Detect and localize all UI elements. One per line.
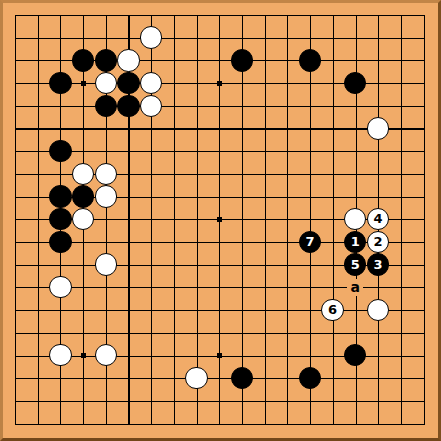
black-stone-glyph: [231, 367, 253, 389]
black-stone-move-1: 1: [344, 231, 367, 254]
white-stone-move-4: 4: [367, 208, 390, 231]
white-stone: [94, 162, 117, 185]
white-stone-glyph: [140, 26, 162, 48]
black-stone-glyph: [117, 95, 139, 117]
white-stone: [367, 117, 390, 140]
black-stone: [49, 208, 72, 231]
black-stone-move-7: 7: [299, 231, 322, 254]
point-label-text: a: [347, 279, 363, 296]
star-point-dot: [217, 217, 222, 222]
black-stone-glyph: [72, 185, 94, 207]
black-stone: [344, 344, 367, 367]
black-stone-glyph: [344, 72, 366, 94]
black-stone-glyph: 3: [367, 253, 389, 275]
black-stone: [117, 72, 140, 95]
white-stone: [72, 162, 95, 185]
star-point-dot: [217, 81, 222, 86]
white-stone-glyph: [367, 117, 389, 139]
white-stone: [94, 344, 117, 367]
black-stone-move-5: 5: [344, 253, 367, 276]
black-stone: [94, 94, 117, 117]
black-stone: [117, 94, 140, 117]
black-stone-glyph: [72, 49, 94, 71]
white-stone: [94, 185, 117, 208]
white-stone-glyph: [140, 95, 162, 117]
star-point-dot: [81, 81, 86, 86]
black-stone-glyph: 1: [344, 231, 366, 253]
white-stone-glyph: [49, 344, 71, 366]
white-stone: [140, 94, 163, 117]
black-stone-glyph: [49, 208, 71, 230]
black-stone: [72, 185, 95, 208]
black-stone-glyph: [49, 140, 71, 162]
white-stone-glyph: [72, 163, 94, 185]
white-stone-glyph: [95, 344, 117, 366]
white-stone: [49, 344, 72, 367]
white-stone: [49, 276, 72, 299]
black-stone-glyph: [49, 72, 71, 94]
black-stone-glyph: [95, 49, 117, 71]
white-stone-move-2: 2: [367, 231, 390, 254]
white-stone-glyph: [49, 276, 71, 298]
white-stone-glyph: [95, 163, 117, 185]
white-stone-glyph: [95, 253, 117, 275]
white-stone-move-6: 6: [321, 299, 344, 322]
black-stone: [231, 367, 254, 390]
black-stone: [94, 49, 117, 72]
black-stone: [299, 367, 322, 390]
white-stone-glyph: 2: [367, 231, 389, 253]
white-stone-glyph: [117, 49, 139, 71]
white-stone: [140, 26, 163, 49]
star-point: [208, 344, 231, 367]
white-stone: [94, 253, 117, 276]
black-stone: [49, 72, 72, 95]
white-stone-glyph: [140, 72, 162, 94]
star-point: [72, 344, 95, 367]
black-stone-glyph: [117, 72, 139, 94]
white-stone: [117, 49, 140, 72]
star-point-dot: [217, 353, 222, 358]
black-stone: [72, 49, 95, 72]
white-stone-glyph: [95, 185, 117, 207]
board-grid: 4712536a: [4, 4, 435, 435]
black-stone: [49, 231, 72, 254]
black-stone-glyph: [299, 367, 321, 389]
white-stone-glyph: [367, 299, 389, 321]
star-point: [208, 208, 231, 231]
white-stone: [344, 208, 367, 231]
black-stone-glyph: [95, 95, 117, 117]
white-stone-glyph: 6: [321, 299, 343, 321]
black-stone: [231, 49, 254, 72]
black-stone: [344, 72, 367, 95]
white-stone: [140, 72, 163, 95]
white-stone: [72, 208, 95, 231]
go-board: 4712536a: [0, 0, 441, 441]
star-point: [72, 72, 95, 95]
black-stone-glyph: 5: [344, 253, 366, 275]
white-stone-glyph: [185, 367, 207, 389]
black-stone-move-3: 3: [367, 253, 390, 276]
black-stone: [49, 140, 72, 163]
black-stone-glyph: [299, 49, 321, 71]
black-stone: [299, 49, 322, 72]
star-point: [208, 72, 231, 95]
black-stone-glyph: [344, 344, 366, 366]
white-stone-glyph: [72, 208, 94, 230]
black-stone: [49, 185, 72, 208]
black-stone-glyph: 7: [299, 231, 321, 253]
point-label-a: a: [344, 276, 367, 299]
white-stone-glyph: [344, 208, 366, 230]
black-stone-glyph: [49, 185, 71, 207]
white-stone: [367, 299, 390, 322]
white-stone: [94, 72, 117, 95]
black-stone-glyph: [231, 49, 253, 71]
white-stone-glyph: 4: [367, 208, 389, 230]
white-stone: [185, 367, 208, 390]
star-point-dot: [81, 353, 86, 358]
black-stone-glyph: [49, 231, 71, 253]
white-stone-glyph: [95, 72, 117, 94]
